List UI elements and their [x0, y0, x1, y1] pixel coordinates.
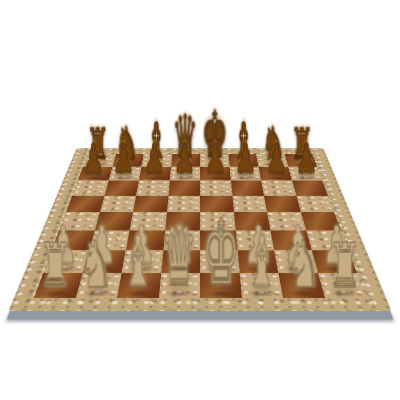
square-g6[interactable] [261, 180, 296, 195]
square-h6[interactable] [292, 180, 328, 195]
white-king[interactable]: ♚ [202, 207, 240, 297]
square-f7[interactable]: ♟ [229, 167, 261, 181]
white-queen[interactable]: ♛ [161, 213, 198, 297]
square-g1[interactable]: ♞ [278, 273, 324, 298]
black-pawn[interactable]: ♟ [204, 139, 227, 180]
square-g5[interactable] [264, 195, 301, 212]
square-c1[interactable]: ♝ [117, 273, 161, 298]
square-a6[interactable] [72, 180, 108, 195]
square-c7[interactable]: ♟ [139, 167, 171, 181]
square-b6[interactable] [104, 180, 139, 195]
black-pawn[interactable]: ♟ [112, 139, 135, 180]
chess-board: ♜♞♝♛♚♝♞♜♟♟♟♟♟♟♟♟♟♟♟♟♟♟♟♟♜♞♝♛♚♝♞♜ [9, 148, 392, 311]
white-knight[interactable]: ♞ [79, 232, 113, 297]
square-b7[interactable]: ♟ [108, 167, 141, 181]
square-d6[interactable] [168, 180, 200, 195]
square-h1[interactable]: ♜ [318, 273, 367, 298]
square-f1[interactable]: ♝ [239, 273, 283, 298]
product-photo-scene: ♜♞♝♛♚♝♞♜♟♟♟♟♟♟♟♟♟♟♟♟♟♟♟♟♜♞♝♛♚♝♞♜ [0, 0, 400, 400]
square-a1[interactable]: ♜ [34, 273, 83, 298]
white-rook[interactable]: ♜ [328, 236, 361, 297]
black-pawn[interactable]: ♟ [295, 139, 318, 180]
square-b5[interactable] [100, 195, 137, 212]
black-pawn[interactable]: ♟ [265, 139, 288, 180]
square-d7[interactable]: ♟ [169, 167, 200, 181]
white-bishop[interactable]: ♝ [121, 227, 154, 298]
square-f6[interactable] [231, 180, 264, 195]
square-e6[interactable] [200, 180, 232, 195]
black-pawn[interactable]: ♟ [82, 139, 105, 180]
white-knight[interactable]: ♞ [286, 232, 320, 297]
white-rook[interactable]: ♜ [38, 236, 71, 297]
white-bishop[interactable]: ♝ [246, 227, 279, 298]
black-pawn[interactable]: ♟ [234, 139, 257, 180]
board-frame: ♜♞♝♛♚♝♞♜♟♟♟♟♟♟♟♟♟♟♟♟♟♟♟♟♜♞♝♛♚♝♞♜ [9, 148, 392, 311]
square-c6[interactable] [136, 180, 169, 195]
black-pawn[interactable]: ♟ [143, 139, 166, 180]
square-a7[interactable]: ♟ [78, 167, 112, 181]
square-e7[interactable]: ♟ [200, 167, 231, 181]
board-grid: ♜♞♝♛♚♝♞♜♟♟♟♟♟♟♟♟♟♟♟♟♟♟♟♟♜♞♝♛♚♝♞♜ [34, 154, 366, 298]
black-pawn[interactable]: ♟ [173, 139, 196, 180]
square-h5[interactable] [296, 195, 334, 212]
square-b1[interactable]: ♞ [75, 273, 121, 298]
square-d1[interactable]: ♛ [158, 273, 200, 298]
square-h7[interactable]: ♟ [288, 167, 322, 181]
square-e1[interactable]: ♚ [200, 273, 242, 298]
square-g7[interactable]: ♟ [259, 167, 292, 181]
square-a5[interactable] [66, 195, 104, 212]
